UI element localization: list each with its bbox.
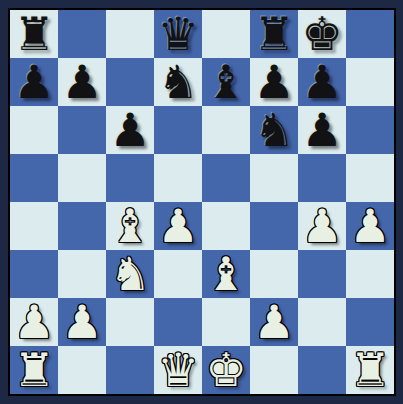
- square-h7[interactable]: [346, 58, 394, 106]
- piece-white-bishop: ♝: [205, 250, 246, 298]
- piece-black-rook: ♜: [253, 10, 294, 58]
- square-e7[interactable]: ♝: [202, 58, 250, 106]
- piece-black-pawn: ♟: [109, 106, 150, 154]
- square-d3[interactable]: [154, 250, 202, 298]
- square-b4[interactable]: [58, 202, 106, 250]
- piece-black-king: ♚: [301, 10, 342, 58]
- square-g7[interactable]: ♟: [298, 58, 346, 106]
- square-d7[interactable]: ♞: [154, 58, 202, 106]
- square-d6[interactable]: [154, 106, 202, 154]
- piece-black-pawn: ♟: [61, 58, 102, 106]
- piece-white-pawn: ♟: [157, 202, 198, 250]
- square-c2[interactable]: [106, 298, 154, 346]
- square-f8[interactable]: ♜: [250, 10, 298, 58]
- square-c3[interactable]: ♞: [106, 250, 154, 298]
- square-g5[interactable]: [298, 154, 346, 202]
- square-e6[interactable]: [202, 106, 250, 154]
- square-e8[interactable]: [202, 10, 250, 58]
- square-a7[interactable]: ♟: [10, 58, 58, 106]
- piece-white-king: ♚: [205, 346, 246, 394]
- square-d5[interactable]: [154, 154, 202, 202]
- square-c6[interactable]: ♟: [106, 106, 154, 154]
- square-b3[interactable]: [58, 250, 106, 298]
- piece-black-rook: ♜: [13, 10, 54, 58]
- piece-white-knight: ♞: [109, 250, 150, 298]
- square-g8[interactable]: ♚: [298, 10, 346, 58]
- square-e3[interactable]: ♝: [202, 250, 250, 298]
- square-e2[interactable]: [202, 298, 250, 346]
- square-c1[interactable]: [106, 346, 154, 394]
- square-a4[interactable]: [10, 202, 58, 250]
- chess-board-frame: ♜♛♜♚♟♟♞♝♟♟♟♞♟♝♟♟♟♞♝♟♟♟♜♛♚♜: [8, 8, 396, 396]
- square-h3[interactable]: [346, 250, 394, 298]
- square-g4[interactable]: ♟: [298, 202, 346, 250]
- square-h1[interactable]: ♜: [346, 346, 394, 394]
- piece-white-pawn: ♟: [301, 202, 342, 250]
- square-g6[interactable]: ♟: [298, 106, 346, 154]
- square-c7[interactable]: [106, 58, 154, 106]
- square-f2[interactable]: ♟: [250, 298, 298, 346]
- square-f6[interactable]: ♞: [250, 106, 298, 154]
- piece-black-pawn: ♟: [301, 58, 342, 106]
- square-h6[interactable]: [346, 106, 394, 154]
- square-b8[interactable]: [58, 10, 106, 58]
- square-a6[interactable]: [10, 106, 58, 154]
- square-e5[interactable]: [202, 154, 250, 202]
- square-d1[interactable]: ♛: [154, 346, 202, 394]
- piece-white-rook: ♜: [349, 346, 390, 394]
- chess-board: ♜♛♜♚♟♟♞♝♟♟♟♞♟♝♟♟♟♞♝♟♟♟♜♛♚♜: [10, 10, 394, 394]
- piece-black-pawn: ♟: [13, 58, 54, 106]
- square-h8[interactable]: [346, 10, 394, 58]
- square-f3[interactable]: [250, 250, 298, 298]
- square-d8[interactable]: ♛: [154, 10, 202, 58]
- square-b6[interactable]: [58, 106, 106, 154]
- square-a8[interactable]: ♜: [10, 10, 58, 58]
- square-c4[interactable]: ♝: [106, 202, 154, 250]
- square-a3[interactable]: [10, 250, 58, 298]
- piece-white-rook: ♜: [13, 346, 54, 394]
- piece-white-pawn: ♟: [13, 298, 54, 346]
- square-a1[interactable]: ♜: [10, 346, 58, 394]
- piece-white-pawn: ♟: [253, 298, 294, 346]
- square-d4[interactable]: ♟: [154, 202, 202, 250]
- square-b7[interactable]: ♟: [58, 58, 106, 106]
- square-f4[interactable]: [250, 202, 298, 250]
- piece-black-bishop: ♝: [205, 58, 246, 106]
- square-h4[interactable]: ♟: [346, 202, 394, 250]
- square-f7[interactable]: ♟: [250, 58, 298, 106]
- square-c5[interactable]: [106, 154, 154, 202]
- piece-black-knight: ♞: [253, 106, 294, 154]
- piece-white-queen: ♛: [157, 346, 198, 394]
- piece-black-pawn: ♟: [301, 106, 342, 154]
- piece-black-pawn: ♟: [253, 58, 294, 106]
- square-h5[interactable]: [346, 154, 394, 202]
- piece-white-pawn: ♟: [349, 202, 390, 250]
- square-a2[interactable]: ♟: [10, 298, 58, 346]
- square-g2[interactable]: [298, 298, 346, 346]
- square-b5[interactable]: [58, 154, 106, 202]
- square-f5[interactable]: [250, 154, 298, 202]
- piece-white-pawn: ♟: [61, 298, 102, 346]
- square-d2[interactable]: [154, 298, 202, 346]
- square-g1[interactable]: [298, 346, 346, 394]
- square-b1[interactable]: [58, 346, 106, 394]
- piece-black-knight: ♞: [157, 58, 198, 106]
- square-f1[interactable]: [250, 346, 298, 394]
- square-g3[interactable]: [298, 250, 346, 298]
- piece-white-bishop: ♝: [109, 202, 150, 250]
- square-c8[interactable]: [106, 10, 154, 58]
- square-h2[interactable]: [346, 298, 394, 346]
- square-b2[interactable]: ♟: [58, 298, 106, 346]
- piece-black-queen: ♛: [157, 10, 198, 58]
- square-a5[interactable]: [10, 154, 58, 202]
- square-e1[interactable]: ♚: [202, 346, 250, 394]
- square-e4[interactable]: [202, 202, 250, 250]
